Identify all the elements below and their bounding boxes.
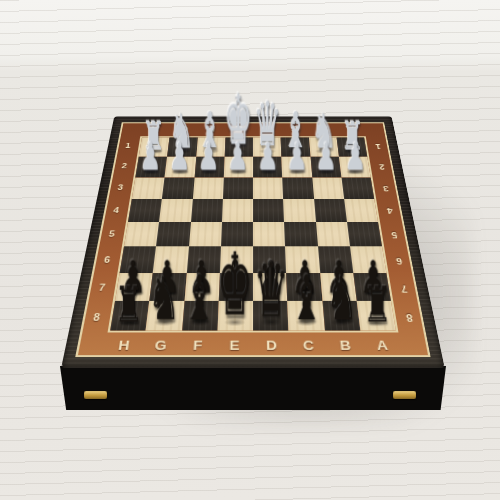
rank-label-left-3: 3 [109, 177, 132, 199]
rank-label-right-2: 2 [371, 156, 393, 177]
file-label-far-g: G [169, 123, 198, 135]
square-h3 [132, 177, 165, 199]
square-e3 [223, 177, 253, 199]
square-c8: ♝ [287, 301, 324, 331]
file-label-far-e: E [225, 123, 253, 135]
piece-white-pawn-a2: ♟ [345, 138, 366, 176]
piece-black-knight-b8: ♞ [326, 269, 358, 329]
chess-box-top: HGFEDCBA HGFEDCBA 12345678 12345678 ♜♞♝♚… [61, 117, 445, 368]
square-h2: ♟ [135, 157, 167, 177]
square-h5 [124, 222, 159, 247]
square-c5 [284, 222, 317, 247]
file-label-far-h: H [141, 123, 171, 135]
piece-white-pawn-h2: ♟ [140, 138, 161, 176]
rank-label-left-5: 5 [99, 222, 124, 247]
square-a5 [347, 222, 382, 247]
file-label-far-d: D [253, 123, 281, 135]
file-label-far-a: A [336, 123, 366, 135]
rank-label-left-2: 2 [113, 156, 135, 177]
piece-black-rook-a8: ♜ [363, 280, 391, 329]
chess-set-photo: HGFEDCBA HGFEDCBA 12345678 12345678 ♜♞♝♚… [0, 0, 500, 500]
square-d8: ♛ [253, 301, 289, 331]
square-c3 [282, 177, 313, 199]
perspective-scene: HGFEDCBA HGFEDCBA 12345678 12345678 ♜♞♝♚… [0, 0, 500, 500]
file-label-far-b: B [308, 123, 337, 135]
square-g8: ♞ [146, 301, 184, 331]
square-g5 [156, 222, 190, 247]
piece-black-bishop-c8: ♝ [291, 267, 323, 329]
square-e4 [222, 199, 253, 222]
square-b3 [312, 177, 344, 199]
square-d3 [253, 177, 283, 199]
square-d2: ♟ [253, 157, 282, 177]
rank-label-left-6: 6 [94, 247, 120, 274]
square-a4 [344, 199, 378, 222]
square-f4 [191, 199, 223, 222]
square-c4 [283, 199, 315, 222]
piece-black-king-e8: ♚ [218, 242, 253, 328]
piece-white-pawn-d2: ♟ [257, 138, 278, 176]
file-label-far-f: F [197, 123, 226, 135]
square-f2: ♟ [194, 157, 224, 177]
square-b2: ♟ [310, 157, 341, 177]
square-d4 [253, 199, 284, 222]
square-f8: ♝ [182, 301, 219, 331]
piece-black-rook-h8: ♜ [114, 280, 142, 329]
piece-black-queen-d8: ♛ [253, 253, 288, 329]
piece-white-pawn-c2: ♟ [286, 138, 307, 176]
square-g3 [162, 177, 194, 199]
piece-white-pawn-e2: ♟ [228, 138, 249, 176]
file-labels-far: HGFEDCBA [141, 123, 366, 135]
square-a8: ♜ [356, 301, 395, 331]
square-b8: ♞ [322, 301, 360, 331]
square-a2: ♟ [339, 157, 371, 177]
squares-grid: ♜♞♝♚♛♝♞♜♟♟♟♟♟♟♟♟♟♟♟♟♟♟♟♟♜♞♝♚♛♝♞♜ [108, 136, 399, 332]
square-c2: ♟ [282, 157, 312, 177]
square-g4 [159, 199, 192, 222]
square-g2: ♟ [165, 157, 196, 177]
square-a3 [341, 177, 374, 199]
piece-black-bishop-f8: ♝ [184, 267, 216, 329]
piece-black-knight-g8: ♞ [148, 269, 180, 329]
square-e2: ♟ [224, 157, 253, 177]
square-d5 [253, 222, 285, 247]
piece-white-pawn-g2: ♟ [169, 138, 190, 176]
rank-label-right-3: 3 [374, 177, 397, 199]
rank-label-right-1: 1 [367, 136, 389, 156]
square-b5 [316, 222, 350, 247]
piece-white-pawn-f2: ♟ [198, 138, 219, 176]
square-b4 [314, 199, 347, 222]
file-label-far-c: C [281, 123, 310, 135]
square-h4 [128, 199, 162, 222]
square-f3 [192, 177, 223, 199]
piece-white-pawn-b2: ♟ [316, 138, 337, 176]
square-e8: ♚ [217, 301, 253, 331]
